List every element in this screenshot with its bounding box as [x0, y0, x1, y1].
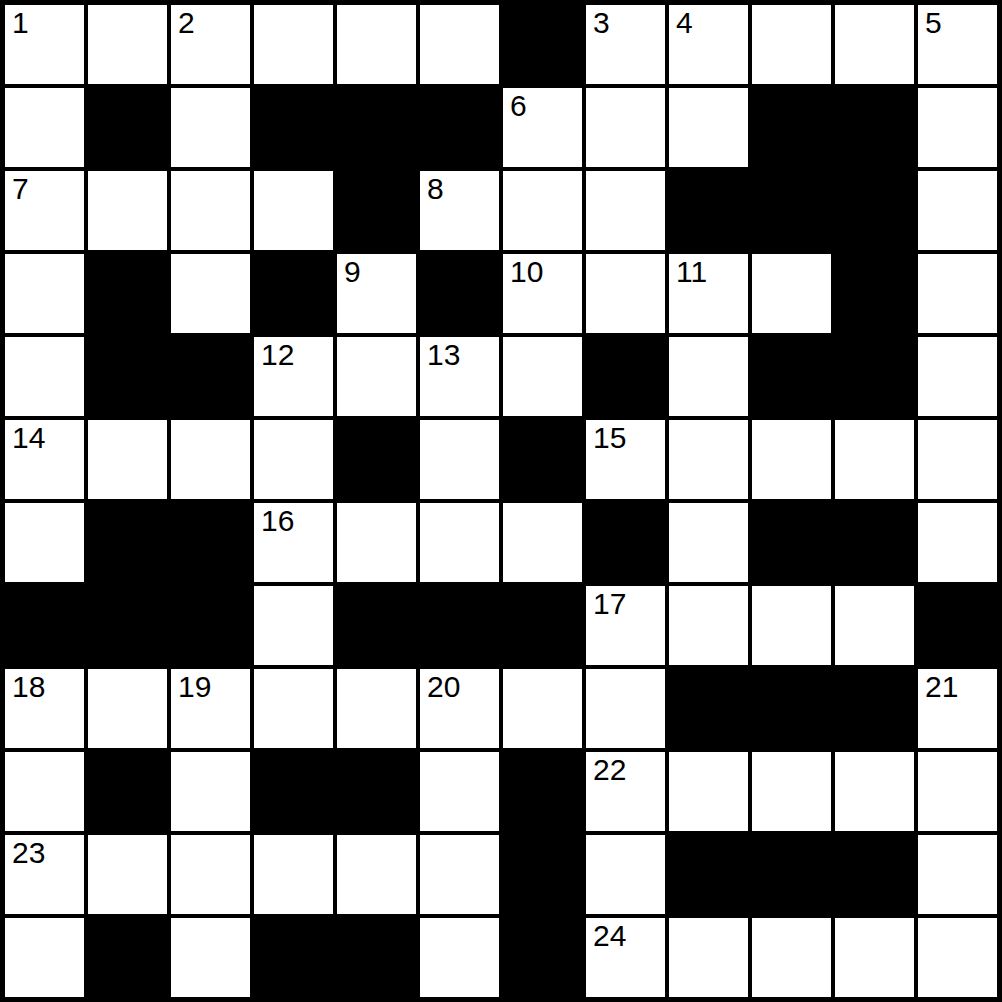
open-cell-r2c3[interactable]: [254, 171, 333, 250]
clue-number: 20: [427, 670, 460, 703]
open-cell-r11c11[interactable]: [918, 918, 997, 997]
open-cell-r4c6[interactable]: [503, 337, 582, 416]
open-cell-r0c11[interactable]: 5: [918, 5, 997, 84]
clue-number: 19: [178, 670, 211, 703]
open-cell-r9c11[interactable]: [918, 752, 997, 831]
open-cell-r5c10[interactable]: [835, 420, 914, 499]
block-cell-r11c3: [254, 918, 333, 997]
block-cell-r9c4: [337, 752, 416, 831]
open-cell-r0c0[interactable]: 1: [5, 5, 84, 84]
open-cell-r2c6[interactable]: [503, 171, 582, 250]
open-cell-r9c5[interactable]: [420, 752, 499, 831]
open-cell-r5c8[interactable]: [669, 420, 748, 499]
open-cell-r10c0[interactable]: 23: [5, 835, 84, 914]
open-cell-r11c8[interactable]: [669, 918, 748, 997]
open-cell-r2c1[interactable]: [88, 171, 167, 250]
open-cell-r1c2[interactable]: [171, 88, 250, 167]
block-cell-r5c6: [503, 420, 582, 499]
block-cell-r10c9: [752, 835, 831, 914]
open-cell-r1c11[interactable]: [918, 88, 997, 167]
open-cell-r10c3[interactable]: [254, 835, 333, 914]
open-cell-r4c4[interactable]: [337, 337, 416, 416]
block-cell-r2c9: [752, 171, 831, 250]
block-cell-r6c10: [835, 503, 914, 582]
block-cell-r3c10: [835, 254, 914, 333]
block-cell-r4c9: [752, 337, 831, 416]
open-cell-r7c9[interactable]: [752, 586, 831, 665]
block-cell-r3c5: [420, 254, 499, 333]
open-cell-r9c9[interactable]: [752, 752, 831, 831]
open-cell-r11c10[interactable]: [835, 918, 914, 997]
block-cell-r11c6: [503, 918, 582, 997]
block-cell-r9c6: [503, 752, 582, 831]
open-cell-r3c8[interactable]: 11: [669, 254, 748, 333]
open-cell-r0c7[interactable]: 3: [586, 5, 665, 84]
block-cell-r10c10: [835, 835, 914, 914]
open-cell-r4c11[interactable]: [918, 337, 997, 416]
open-cell-r6c6[interactable]: [503, 503, 582, 582]
open-cell-r10c7[interactable]: [586, 835, 665, 914]
open-cell-r7c10[interactable]: [835, 586, 914, 665]
block-cell-r2c4: [337, 171, 416, 250]
open-cell-r0c2[interactable]: 2: [171, 5, 250, 84]
block-cell-r8c8: [669, 669, 748, 748]
open-cell-r8c2[interactable]: 19: [171, 669, 250, 748]
block-cell-r9c1: [88, 752, 167, 831]
open-cell-r11c7[interactable]: 24: [586, 918, 665, 997]
open-cell-r10c4[interactable]: [337, 835, 416, 914]
block-cell-r7c11: [918, 586, 997, 665]
open-cell-r2c11[interactable]: [918, 171, 997, 250]
open-cell-r1c7[interactable]: [586, 88, 665, 167]
open-cell-r8c4[interactable]: [337, 669, 416, 748]
block-cell-r9c3: [254, 752, 333, 831]
open-cell-r4c8[interactable]: [669, 337, 748, 416]
open-cell-r1c6[interactable]: 6: [503, 88, 582, 167]
block-cell-r8c10: [835, 669, 914, 748]
clue-number: 12: [261, 338, 294, 371]
open-cell-r10c11[interactable]: [918, 835, 997, 914]
open-cell-r7c3[interactable]: [254, 586, 333, 665]
open-cell-r9c2[interactable]: [171, 752, 250, 831]
open-cell-r11c5[interactable]: [420, 918, 499, 997]
clue-number: 13: [427, 338, 460, 371]
block-cell-r11c1: [88, 918, 167, 997]
crossword-grid: 123456789101112131415161718192021222324: [0, 0, 1002, 1002]
open-cell-r0c1[interactable]: [88, 5, 167, 84]
open-cell-r9c0[interactable]: [5, 752, 84, 831]
open-cell-r5c9[interactable]: [752, 420, 831, 499]
open-cell-r4c3[interactable]: 12: [254, 337, 333, 416]
block-cell-r0c6: [503, 5, 582, 84]
open-cell-r7c7[interactable]: 17: [586, 586, 665, 665]
open-cell-r2c2[interactable]: [171, 171, 250, 250]
block-cell-r6c1: [88, 503, 167, 582]
block-cell-r1c10: [835, 88, 914, 167]
block-cell-r6c9: [752, 503, 831, 582]
open-cell-r10c1[interactable]: [88, 835, 167, 914]
block-cell-r7c4: [337, 586, 416, 665]
open-cell-r5c1[interactable]: [88, 420, 167, 499]
open-cell-r2c7[interactable]: [586, 171, 665, 250]
open-cell-r0c10[interactable]: [835, 5, 914, 84]
open-cell-r6c3[interactable]: 16: [254, 503, 333, 582]
open-cell-r5c7[interactable]: 15: [586, 420, 665, 499]
clue-number: 8: [427, 172, 444, 205]
open-cell-r3c4[interactable]: 9: [337, 254, 416, 333]
open-cell-r9c8[interactable]: [669, 752, 748, 831]
block-cell-r8c9: [752, 669, 831, 748]
block-cell-r4c1: [88, 337, 167, 416]
open-cell-r6c5[interactable]: [420, 503, 499, 582]
open-cell-r11c0[interactable]: [5, 918, 84, 997]
block-cell-r1c5: [420, 88, 499, 167]
open-cell-r3c11[interactable]: [918, 254, 997, 333]
open-cell-r10c2[interactable]: [171, 835, 250, 914]
open-cell-r0c4[interactable]: [337, 5, 416, 84]
open-cell-r5c5[interactable]: [420, 420, 499, 499]
clue-number: 23: [12, 836, 45, 869]
open-cell-r2c0[interactable]: 7: [5, 171, 84, 250]
open-cell-r9c10[interactable]: [835, 752, 914, 831]
open-cell-r5c0[interactable]: 14: [5, 420, 84, 499]
open-cell-r3c9[interactable]: [752, 254, 831, 333]
block-cell-r10c6: [503, 835, 582, 914]
clue-number: 21: [925, 670, 958, 703]
open-cell-r6c0[interactable]: [5, 503, 84, 582]
open-cell-r8c5[interactable]: 20: [420, 669, 499, 748]
open-cell-r3c2[interactable]: [171, 254, 250, 333]
open-cell-r0c3[interactable]: [254, 5, 333, 84]
block-cell-r1c1: [88, 88, 167, 167]
block-cell-r2c8: [669, 171, 748, 250]
clue-number: 7: [12, 172, 29, 205]
open-cell-r5c11[interactable]: [918, 420, 997, 499]
open-cell-r10c5[interactable]: [420, 835, 499, 914]
block-cell-r3c3: [254, 254, 333, 333]
clue-number: 11: [676, 255, 707, 288]
open-cell-r0c8[interactable]: 4: [669, 5, 748, 84]
block-cell-r6c2: [171, 503, 250, 582]
clue-number: 24: [593, 919, 626, 952]
open-cell-r7c8[interactable]: [669, 586, 748, 665]
clue-number: 17: [593, 587, 626, 620]
open-cell-r8c6[interactable]: [503, 669, 582, 748]
clue-number: 6: [510, 89, 527, 122]
open-cell-r8c3[interactable]: [254, 669, 333, 748]
block-cell-r7c6: [503, 586, 582, 665]
open-cell-r3c0[interactable]: [5, 254, 84, 333]
clue-number: 18: [12, 670, 45, 703]
open-cell-r3c6[interactable]: 10: [503, 254, 582, 333]
block-cell-r7c2: [171, 586, 250, 665]
open-cell-r3c7[interactable]: [586, 254, 665, 333]
open-cell-r11c9[interactable]: [752, 918, 831, 997]
open-cell-r6c4[interactable]: [337, 503, 416, 582]
block-cell-r7c0: [5, 586, 84, 665]
block-cell-r11c4: [337, 918, 416, 997]
block-cell-r7c1: [88, 586, 167, 665]
block-cell-r7c5: [420, 586, 499, 665]
open-cell-r1c0[interactable]: [5, 88, 84, 167]
open-cell-r2c5[interactable]: 8: [420, 171, 499, 250]
clue-number: 15: [593, 421, 626, 454]
block-cell-r10c8: [669, 835, 748, 914]
open-cell-r5c2[interactable]: [171, 420, 250, 499]
clue-number: 16: [261, 504, 294, 537]
open-cell-r0c9[interactable]: [752, 5, 831, 84]
block-cell-r1c3: [254, 88, 333, 167]
block-cell-r4c2: [171, 337, 250, 416]
clue-number: 5: [925, 6, 942, 39]
open-cell-r8c11[interactable]: 21: [918, 669, 997, 748]
block-cell-r3c1: [88, 254, 167, 333]
open-cell-r6c8[interactable]: [669, 503, 748, 582]
block-cell-r1c9: [752, 88, 831, 167]
open-cell-r1c8[interactable]: [669, 88, 748, 167]
clue-number: 3: [593, 6, 610, 39]
open-cell-r6c11[interactable]: [918, 503, 997, 582]
open-cell-r8c7[interactable]: [586, 669, 665, 748]
block-cell-r5c4: [337, 420, 416, 499]
open-cell-r0c5[interactable]: [420, 5, 499, 84]
block-cell-r4c10: [835, 337, 914, 416]
clue-number: 2: [178, 6, 195, 39]
clue-number: 9: [344, 255, 361, 288]
open-cell-r4c0[interactable]: [5, 337, 84, 416]
clue-number: 1: [12, 6, 29, 39]
open-cell-r5c3[interactable]: [254, 420, 333, 499]
clue-number: 14: [12, 421, 45, 454]
block-cell-r2c10: [835, 171, 914, 250]
clue-number: 22: [593, 753, 626, 786]
open-cell-r8c0[interactable]: 18: [5, 669, 84, 748]
open-cell-r4c5[interactable]: 13: [420, 337, 499, 416]
open-cell-r9c7[interactable]: 22: [586, 752, 665, 831]
block-cell-r4c7: [586, 337, 665, 416]
open-cell-r11c2[interactable]: [171, 918, 250, 997]
clue-number: 4: [676, 6, 693, 39]
open-cell-r8c1[interactable]: [88, 669, 167, 748]
clue-number: 10: [510, 255, 543, 288]
block-cell-r1c4: [337, 88, 416, 167]
block-cell-r6c7: [586, 503, 665, 582]
